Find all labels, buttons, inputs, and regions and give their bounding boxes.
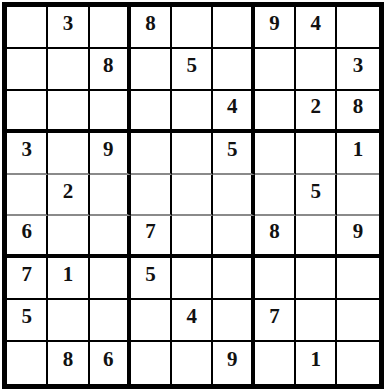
cell-r6c6[interactable] <box>213 216 254 258</box>
cell-r9c6[interactable]: 9 <box>213 342 254 384</box>
cell-r3c2[interactable] <box>48 91 89 133</box>
cell-r9c2[interactable]: 8 <box>48 342 89 384</box>
cell-r4c8[interactable] <box>296 133 337 175</box>
cell-r3c1[interactable] <box>7 91 48 133</box>
cell-r1c3[interactable] <box>90 7 131 49</box>
cell-r5c4[interactable] <box>131 175 172 217</box>
cell-r6c9[interactable]: 9 <box>337 216 378 258</box>
cell-r4c7[interactable] <box>255 133 296 175</box>
cell-r1c4[interactable]: 8 <box>131 7 172 49</box>
cell-r4c5[interactable] <box>172 133 213 175</box>
cell-r6c3[interactable] <box>90 216 131 258</box>
cell-r4c6[interactable]: 5 <box>213 133 254 175</box>
cell-r9c9[interactable] <box>337 342 378 384</box>
cell-r8c1[interactable]: 5 <box>7 300 48 342</box>
cell-r3c7[interactable] <box>255 91 296 133</box>
cell-r8c3[interactable] <box>90 300 131 342</box>
cell-r2c3[interactable]: 8 <box>90 49 131 91</box>
cell-r2c4[interactable] <box>131 49 172 91</box>
cell-r8c9[interactable] <box>337 300 378 342</box>
cell-r9c5[interactable] <box>172 342 213 384</box>
page: 3 8 9 4 8 5 3 4 2 8 3 9 5 1 2 <box>0 0 386 391</box>
cell-r2c5[interactable]: 5 <box>172 49 213 91</box>
cell-r1c1[interactable] <box>7 7 48 49</box>
sudoku-board: 3 8 9 4 8 5 3 4 2 8 3 9 5 1 2 <box>2 2 384 389</box>
cell-r6c8[interactable] <box>296 216 337 258</box>
cell-r2c1[interactable] <box>7 49 48 91</box>
cell-r7c9[interactable] <box>337 258 378 300</box>
cell-r5c6[interactable] <box>213 175 254 217</box>
cell-r6c2[interactable] <box>48 216 89 258</box>
cell-r1c2[interactable]: 3 <box>48 7 89 49</box>
cell-r5c3[interactable] <box>90 175 131 217</box>
cell-r7c3[interactable] <box>90 258 131 300</box>
cell-r3c4[interactable] <box>131 91 172 133</box>
cell-r8c7[interactable]: 7 <box>255 300 296 342</box>
cell-r7c5[interactable] <box>172 258 213 300</box>
cell-r2c2[interactable] <box>48 49 89 91</box>
cell-r7c4[interactable]: 5 <box>131 258 172 300</box>
cell-r1c6[interactable] <box>213 7 254 49</box>
cell-r3c8[interactable]: 2 <box>296 91 337 133</box>
cell-r7c8[interactable] <box>296 258 337 300</box>
cell-r6c5[interactable] <box>172 216 213 258</box>
cell-r7c7[interactable] <box>255 258 296 300</box>
cell-r2c8[interactable] <box>296 49 337 91</box>
cell-r4c3[interactable]: 9 <box>90 133 131 175</box>
cell-r6c4[interactable]: 7 <box>131 216 172 258</box>
cell-r5c1[interactable] <box>7 175 48 217</box>
cell-r5c5[interactable] <box>172 175 213 217</box>
cell-r9c7[interactable] <box>255 342 296 384</box>
cell-r1c9[interactable] <box>337 7 378 49</box>
cell-r5c9[interactable] <box>337 175 378 217</box>
cell-r3c5[interactable] <box>172 91 213 133</box>
cell-r9c8[interactable]: 1 <box>296 342 337 384</box>
cell-r4c2[interactable] <box>48 133 89 175</box>
cell-r3c9[interactable]: 8 <box>337 91 378 133</box>
cell-r2c6[interactable] <box>213 49 254 91</box>
cell-r1c8[interactable]: 4 <box>296 7 337 49</box>
cell-r9c3[interactable]: 6 <box>90 342 131 384</box>
cell-r4c4[interactable] <box>131 133 172 175</box>
cell-r8c6[interactable] <box>213 300 254 342</box>
cell-r7c2[interactable]: 1 <box>48 258 89 300</box>
cell-r9c4[interactable] <box>131 342 172 384</box>
cell-r5c8[interactable]: 5 <box>296 175 337 217</box>
cell-r2c9[interactable]: 3 <box>337 49 378 91</box>
cell-r3c3[interactable] <box>90 91 131 133</box>
cell-r8c4[interactable] <box>131 300 172 342</box>
cell-r6c7[interactable]: 8 <box>255 216 296 258</box>
cell-r8c2[interactable] <box>48 300 89 342</box>
cell-r1c5[interactable] <box>172 7 213 49</box>
cell-r4c1[interactable]: 3 <box>7 133 48 175</box>
cell-r5c7[interactable] <box>255 175 296 217</box>
cell-r5c2[interactable]: 2 <box>48 175 89 217</box>
cell-r4c9[interactable]: 1 <box>337 133 378 175</box>
cell-r3c6[interactable]: 4 <box>213 91 254 133</box>
cell-r7c1[interactable]: 7 <box>7 258 48 300</box>
cell-r2c7[interactable] <box>255 49 296 91</box>
cell-r1c7[interactable]: 9 <box>255 7 296 49</box>
cell-r8c5[interactable]: 4 <box>172 300 213 342</box>
cell-r6c1[interactable]: 6 <box>7 216 48 258</box>
cell-r9c1[interactable] <box>7 342 48 384</box>
cell-r7c6[interactable] <box>213 258 254 300</box>
cell-r8c8[interactable] <box>296 300 337 342</box>
